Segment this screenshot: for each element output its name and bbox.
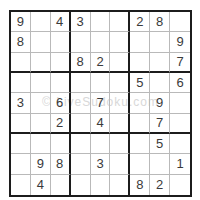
cell-r8c4[interactable]	[71, 154, 91, 174]
cell-r1c4[interactable]: 3	[71, 12, 91, 32]
cell-r6c8[interactable]: 7	[150, 114, 170, 134]
sudoku-puzzle-screenshot: © LiveSudoku.com 94328898275636792475983…	[0, 0, 200, 200]
cell-r4c3[interactable]	[51, 73, 71, 93]
cell-r3c8[interactable]	[150, 53, 170, 73]
cell-r5c9[interactable]	[170, 93, 190, 113]
cell-r9c6[interactable]	[110, 175, 130, 195]
cell-r2c3[interactable]	[51, 32, 71, 52]
cell-r8c7[interactable]	[130, 154, 150, 174]
cell-r5c3[interactable]: 6	[51, 93, 71, 113]
cell-r3c6[interactable]	[110, 53, 130, 73]
cell-r7c8[interactable]: 5	[150, 134, 170, 154]
cell-r6c1[interactable]	[11, 114, 31, 134]
cell-r6c5[interactable]: 4	[91, 114, 111, 134]
cell-r4c1[interactable]	[11, 73, 31, 93]
cell-r8c8[interactable]	[150, 154, 170, 174]
cell-r8c9[interactable]: 1	[170, 154, 190, 174]
cell-r2c2[interactable]	[31, 32, 51, 52]
cell-r5c2[interactable]	[31, 93, 51, 113]
cell-r9c1[interactable]	[11, 175, 31, 195]
cell-r9c2[interactable]: 4	[31, 175, 51, 195]
cell-r7c1[interactable]	[11, 134, 31, 154]
cell-r9c3[interactable]	[51, 175, 71, 195]
cell-r7c2[interactable]	[31, 134, 51, 154]
cell-r3c3[interactable]	[51, 53, 71, 73]
cell-r6c2[interactable]	[31, 114, 51, 134]
cell-r4c8[interactable]	[150, 73, 170, 93]
cell-r5c1[interactable]: 3	[11, 93, 31, 113]
cell-r7c5[interactable]	[91, 134, 111, 154]
cell-r2c5[interactable]	[91, 32, 111, 52]
cell-r1c9[interactable]	[170, 12, 190, 32]
cell-r5c8[interactable]: 9	[150, 93, 170, 113]
cell-r4c4[interactable]	[71, 73, 91, 93]
cell-r1c2[interactable]	[31, 12, 51, 32]
cell-r1c7[interactable]: 2	[130, 12, 150, 32]
cell-r6c3[interactable]: 2	[51, 114, 71, 134]
cell-r7c6[interactable]	[110, 134, 130, 154]
cell-r5c7[interactable]	[130, 93, 150, 113]
cell-r3c2[interactable]	[31, 53, 51, 73]
cell-r5c6[interactable]	[110, 93, 130, 113]
cell-r9c7[interactable]: 8	[130, 175, 150, 195]
cell-r1c1[interactable]: 9	[11, 12, 31, 32]
cell-r8c2[interactable]: 9	[31, 154, 51, 174]
cell-r4c9[interactable]: 6	[170, 73, 190, 93]
cell-r1c3[interactable]: 4	[51, 12, 71, 32]
cell-r2c4[interactable]	[71, 32, 91, 52]
cell-r1c5[interactable]	[91, 12, 111, 32]
cell-r8c5[interactable]: 3	[91, 154, 111, 174]
cell-r4c5[interactable]	[91, 73, 111, 93]
cell-r7c7[interactable]	[130, 134, 150, 154]
cell-r8c6[interactable]	[110, 154, 130, 174]
cell-r3c4[interactable]: 8	[71, 53, 91, 73]
cell-r1c8[interactable]: 8	[150, 12, 170, 32]
cell-r9c4[interactable]	[71, 175, 91, 195]
cell-r2c8[interactable]	[150, 32, 170, 52]
cell-r1c6[interactable]	[110, 12, 130, 32]
cell-r3c1[interactable]	[11, 53, 31, 73]
cell-r9c9[interactable]	[170, 175, 190, 195]
cell-r2c6[interactable]	[110, 32, 130, 52]
cell-r3c7[interactable]	[130, 53, 150, 73]
cell-r9c8[interactable]: 2	[150, 175, 170, 195]
cell-r5c4[interactable]	[71, 93, 91, 113]
cell-r5c5[interactable]: 7	[91, 93, 111, 113]
cell-r6c7[interactable]	[130, 114, 150, 134]
cell-r6c6[interactable]	[110, 114, 130, 134]
cell-r2c1[interactable]: 8	[11, 32, 31, 52]
cell-r8c1[interactable]	[11, 154, 31, 174]
cell-r7c9[interactable]	[170, 134, 190, 154]
sudoku-board: © LiveSudoku.com 94328898275636792475983…	[9, 10, 192, 197]
cell-r4c2[interactable]	[31, 73, 51, 93]
cell-r2c7[interactable]	[130, 32, 150, 52]
cell-r9c5[interactable]	[91, 175, 111, 195]
cell-r2c9[interactable]: 9	[170, 32, 190, 52]
cell-r3c9[interactable]: 7	[170, 53, 190, 73]
cell-r4c7[interactable]: 5	[130, 73, 150, 93]
cell-r4c6[interactable]	[110, 73, 130, 93]
cell-r8c3[interactable]: 8	[51, 154, 71, 174]
cell-r7c3[interactable]	[51, 134, 71, 154]
cell-r6c9[interactable]	[170, 114, 190, 134]
cell-r3c5[interactable]: 2	[91, 53, 111, 73]
cell-r7c4[interactable]	[71, 134, 91, 154]
cell-r6c4[interactable]	[71, 114, 91, 134]
